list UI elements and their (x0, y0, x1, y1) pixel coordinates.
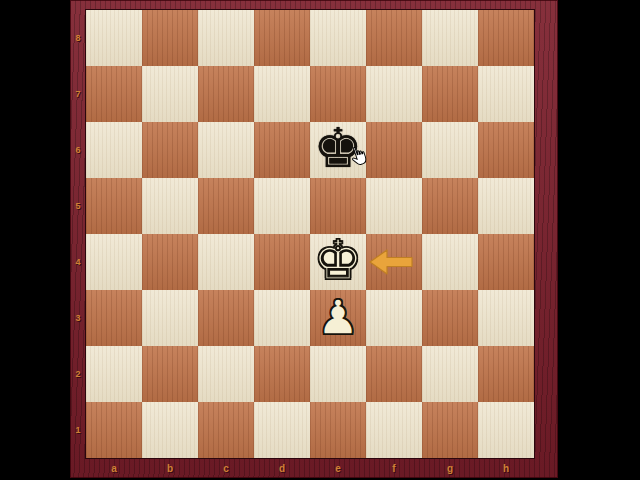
video-stage: ♚♚♟ 87654321abcdefgh (0, 0, 640, 480)
rank-label-7: 7 (70, 66, 86, 122)
square-a8[interactable] (86, 10, 142, 66)
square-e8[interactable] (310, 10, 366, 66)
chess-board: ♚♚♟ (86, 10, 534, 458)
square-g5[interactable] (422, 178, 478, 234)
square-g6[interactable] (422, 122, 478, 178)
square-e2[interactable] (310, 346, 366, 402)
square-g3[interactable] (422, 290, 478, 346)
square-d2[interactable] (254, 346, 310, 402)
file-label-b: b (142, 459, 198, 477)
square-g1[interactable] (422, 402, 478, 458)
square-c6[interactable] (198, 122, 254, 178)
file-label-d: d (254, 459, 310, 477)
square-f5[interactable] (366, 178, 422, 234)
square-d7[interactable] (254, 66, 310, 122)
square-d6[interactable] (254, 122, 310, 178)
square-a5[interactable] (86, 178, 142, 234)
file-label-g: g (422, 459, 478, 477)
square-b2[interactable] (142, 346, 198, 402)
square-e1[interactable] (310, 402, 366, 458)
square-f2[interactable] (366, 346, 422, 402)
square-b7[interactable] (142, 66, 198, 122)
white-pawn-e3[interactable]: ♟ (310, 290, 366, 346)
square-b1[interactable] (142, 402, 198, 458)
file-label-c: c (198, 459, 254, 477)
rank-label-4: 4 (70, 234, 86, 290)
file-label-f: f (366, 459, 422, 477)
rank-label-3: 3 (70, 290, 86, 346)
square-a3[interactable] (86, 290, 142, 346)
square-a6[interactable] (86, 122, 142, 178)
square-a4[interactable] (86, 234, 142, 290)
square-h2[interactable] (478, 346, 534, 402)
square-e5[interactable] (310, 178, 366, 234)
square-c8[interactable] (198, 10, 254, 66)
square-d3[interactable] (254, 290, 310, 346)
square-f1[interactable] (366, 402, 422, 458)
square-g2[interactable] (422, 346, 478, 402)
square-g7[interactable] (422, 66, 478, 122)
file-label-h: h (478, 459, 534, 477)
square-c7[interactable] (198, 66, 254, 122)
square-b8[interactable] (142, 10, 198, 66)
square-a7[interactable] (86, 66, 142, 122)
square-e7[interactable] (310, 66, 366, 122)
square-c5[interactable] (198, 178, 254, 234)
square-f6[interactable] (366, 122, 422, 178)
file-label-a: a (86, 459, 142, 477)
rank-label-2: 2 (70, 346, 86, 402)
white-pawn-glyph: ♟ (316, 293, 359, 341)
rank-label-5: 5 (70, 178, 86, 234)
square-c4[interactable] (198, 234, 254, 290)
square-d5[interactable] (254, 178, 310, 234)
square-d4[interactable] (254, 234, 310, 290)
chess-board-frame: ♚♚♟ 87654321abcdefgh (70, 0, 558, 478)
white-king-e4[interactable]: ♚ (310, 234, 366, 290)
rank-label-6: 6 (70, 122, 86, 178)
square-c2[interactable] (198, 346, 254, 402)
rank-label-1: 1 (70, 402, 86, 458)
square-h1[interactable] (478, 402, 534, 458)
square-f8[interactable] (366, 10, 422, 66)
square-b3[interactable] (142, 290, 198, 346)
square-h4[interactable] (478, 234, 534, 290)
square-h7[interactable] (478, 66, 534, 122)
square-c1[interactable] (198, 402, 254, 458)
rank-label-8: 8 (70, 10, 86, 66)
square-f3[interactable] (366, 290, 422, 346)
square-b5[interactable] (142, 178, 198, 234)
square-g4[interactable] (422, 234, 478, 290)
square-h5[interactable] (478, 178, 534, 234)
square-a1[interactable] (86, 402, 142, 458)
square-g8[interactable] (422, 10, 478, 66)
square-h6[interactable] (478, 122, 534, 178)
square-a2[interactable] (86, 346, 142, 402)
square-h8[interactable] (478, 10, 534, 66)
white-king-glyph: ♚ (313, 233, 362, 288)
square-f7[interactable] (366, 66, 422, 122)
square-b6[interactable] (142, 122, 198, 178)
square-d1[interactable] (254, 402, 310, 458)
file-label-e: e (310, 459, 366, 477)
square-b4[interactable] (142, 234, 198, 290)
square-h3[interactable] (478, 290, 534, 346)
square-d8[interactable] (254, 10, 310, 66)
square-c3[interactable] (198, 290, 254, 346)
move-arrow-icon (369, 249, 413, 275)
